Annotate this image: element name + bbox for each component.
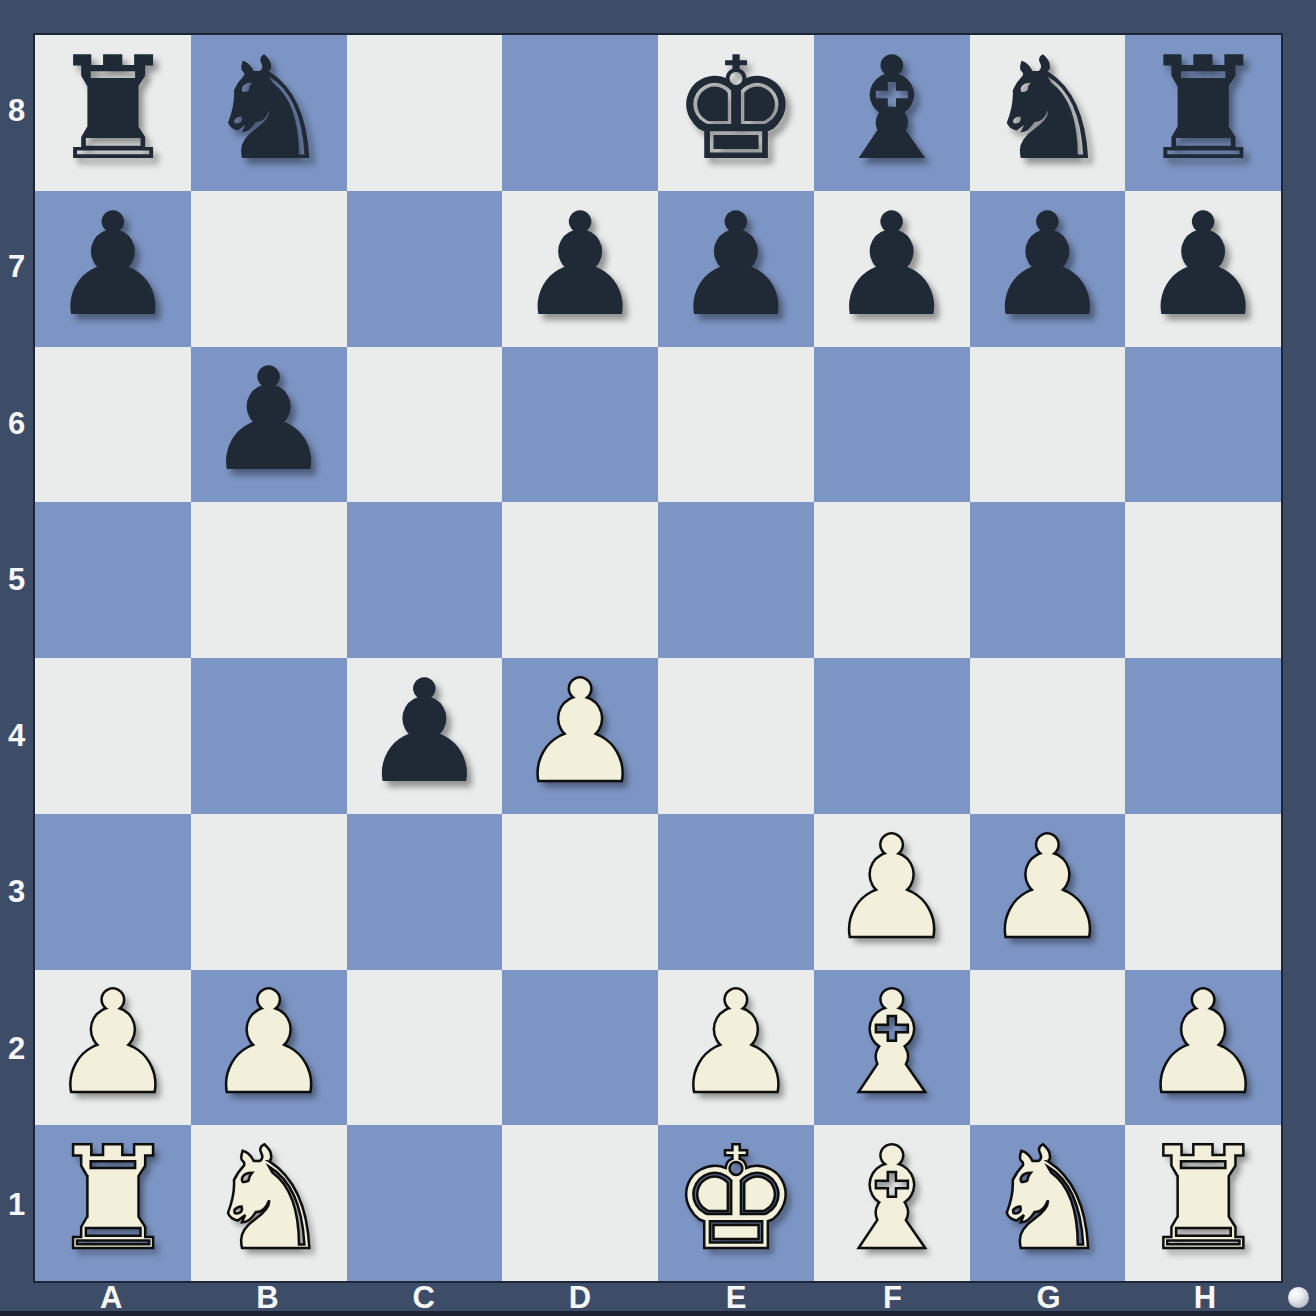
square-f3[interactable]: ♟ (814, 814, 970, 970)
piece-black-rook[interactable]: ♜ (1139, 38, 1266, 180)
square-b5[interactable] (191, 502, 347, 658)
piece-black-pawn[interactable]: ♟ (516, 194, 643, 336)
square-b1[interactable]: ♞ (191, 1125, 347, 1281)
piece-white-pawn[interactable]: ♟ (828, 817, 955, 959)
piece-black-pawn[interactable]: ♟ (205, 349, 332, 491)
file-label-h: H (1127, 1283, 1283, 1313)
piece-black-king[interactable]: ♚ (672, 38, 799, 180)
square-h4[interactable] (1125, 658, 1281, 814)
square-b4[interactable] (191, 658, 347, 814)
square-c1[interactable] (347, 1125, 503, 1281)
square-b2[interactable]: ♟ (191, 970, 347, 1126)
square-b6[interactable]: ♟ (191, 347, 347, 503)
piece-white-pawn[interactable]: ♟ (205, 972, 332, 1114)
file-label-e: E (658, 1283, 814, 1313)
square-h2[interactable]: ♟ (1125, 970, 1281, 1126)
square-e3[interactable] (658, 814, 814, 970)
square-h6[interactable] (1125, 347, 1281, 503)
rank-label-8: 8 (0, 33, 33, 189)
rank-label-3: 3 (0, 814, 33, 970)
piece-white-rook[interactable]: ♜ (1139, 1128, 1266, 1270)
square-a1[interactable]: ♜ (35, 1125, 191, 1281)
square-b8[interactable]: ♞ (191, 35, 347, 191)
rank-label-6: 6 (0, 346, 33, 502)
side-to-move-indicator (1288, 1287, 1309, 1308)
piece-black-pawn[interactable]: ♟ (49, 194, 176, 336)
square-c2[interactable] (347, 970, 503, 1126)
square-e1[interactable]: ♚ (658, 1125, 814, 1281)
piece-white-knight[interactable]: ♞ (984, 1128, 1111, 1270)
piece-black-pawn[interactable]: ♟ (828, 194, 955, 336)
square-d7[interactable]: ♟ (502, 191, 658, 347)
square-d8[interactable] (502, 35, 658, 191)
square-d4[interactable]: ♟ (502, 658, 658, 814)
square-g8[interactable]: ♞ (970, 35, 1126, 191)
square-g5[interactable] (970, 502, 1126, 658)
square-e2[interactable]: ♟ (658, 970, 814, 1126)
piece-white-pawn[interactable]: ♟ (49, 972, 176, 1114)
piece-black-knight[interactable]: ♞ (205, 38, 332, 180)
file-label-c: C (346, 1283, 502, 1313)
square-g3[interactable]: ♟ (970, 814, 1126, 970)
piece-white-bishop[interactable]: ♝ (828, 1128, 955, 1270)
square-g6[interactable] (970, 347, 1126, 503)
square-f4[interactable] (814, 658, 970, 814)
square-a6[interactable] (35, 347, 191, 503)
square-g7[interactable]: ♟ (970, 191, 1126, 347)
file-label-d: D (502, 1283, 658, 1313)
piece-black-rook[interactable]: ♜ (49, 38, 176, 180)
square-f6[interactable] (814, 347, 970, 503)
square-d6[interactable] (502, 347, 658, 503)
rank-label-4: 4 (0, 658, 33, 814)
square-b3[interactable] (191, 814, 347, 970)
square-e6[interactable] (658, 347, 814, 503)
square-g2[interactable] (970, 970, 1126, 1126)
square-g1[interactable]: ♞ (970, 1125, 1126, 1281)
piece-black-pawn[interactable]: ♟ (1139, 194, 1266, 336)
square-h5[interactable] (1125, 502, 1281, 658)
square-a8[interactable]: ♜ (35, 35, 191, 191)
chess-board: ♜♞♚♝♞♜♟♟♟♟♟♟♟♟♟♟♟♟♟♟♝♟♜♞♚♝♞♜ (33, 33, 1283, 1283)
square-h8[interactable]: ♜ (1125, 35, 1281, 191)
square-g4[interactable] (970, 658, 1126, 814)
square-c8[interactable] (347, 35, 503, 191)
square-f7[interactable]: ♟ (814, 191, 970, 347)
square-h7[interactable]: ♟ (1125, 191, 1281, 347)
square-d1[interactable] (502, 1125, 658, 1281)
square-f8[interactable]: ♝ (814, 35, 970, 191)
square-c6[interactable] (347, 347, 503, 503)
square-f2[interactable]: ♝ (814, 970, 970, 1126)
square-c5[interactable] (347, 502, 503, 658)
piece-black-pawn[interactable]: ♟ (361, 661, 488, 803)
piece-black-pawn[interactable]: ♟ (672, 194, 799, 336)
piece-white-pawn[interactable]: ♟ (1139, 972, 1266, 1114)
piece-black-bishop[interactable]: ♝ (828, 38, 955, 180)
piece-white-pawn[interactable]: ♟ (672, 972, 799, 1114)
rank-label-7: 7 (0, 189, 33, 345)
chess-app: ♜♞♚♝♞♜♟♟♟♟♟♟♟♟♟♟♟♟♟♟♝♟♜♞♚♝♞♜ 87654321 AB… (0, 0, 1316, 1316)
rank-label-2: 2 (0, 971, 33, 1127)
square-b7[interactable] (191, 191, 347, 347)
square-e5[interactable] (658, 502, 814, 658)
piece-black-pawn[interactable]: ♟ (984, 194, 1111, 336)
square-d5[interactable] (502, 502, 658, 658)
square-e8[interactable]: ♚ (658, 35, 814, 191)
square-c4[interactable]: ♟ (347, 658, 503, 814)
rank-label-5: 5 (0, 502, 33, 658)
file-label-b: B (189, 1283, 345, 1313)
file-label-a: A (33, 1283, 189, 1313)
square-d2[interactable] (502, 970, 658, 1126)
rank-label-1: 1 (0, 1127, 33, 1283)
piece-white-knight[interactable]: ♞ (205, 1128, 332, 1270)
square-c7[interactable] (347, 191, 503, 347)
square-a5[interactable] (35, 502, 191, 658)
square-a7[interactable]: ♟ (35, 191, 191, 347)
square-a4[interactable] (35, 658, 191, 814)
square-f1[interactable]: ♝ (814, 1125, 970, 1281)
piece-white-king[interactable]: ♚ (672, 1128, 799, 1270)
square-a3[interactable] (35, 814, 191, 970)
square-h3[interactable] (1125, 814, 1281, 970)
square-d3[interactable] (502, 814, 658, 970)
square-e4[interactable] (658, 658, 814, 814)
piece-black-knight[interactable]: ♞ (984, 38, 1111, 180)
piece-white-rook[interactable]: ♜ (49, 1128, 176, 1270)
file-label-g: G (971, 1283, 1127, 1313)
square-a2[interactable]: ♟ (35, 970, 191, 1126)
square-h1[interactable]: ♜ (1125, 1125, 1281, 1281)
piece-white-bishop[interactable]: ♝ (828, 972, 955, 1114)
square-c3[interactable] (347, 814, 503, 970)
piece-white-pawn[interactable]: ♟ (516, 661, 643, 803)
square-e7[interactable]: ♟ (658, 191, 814, 347)
piece-white-pawn[interactable]: ♟ (984, 817, 1111, 959)
file-label-f: F (814, 1283, 970, 1313)
square-f5[interactable] (814, 502, 970, 658)
